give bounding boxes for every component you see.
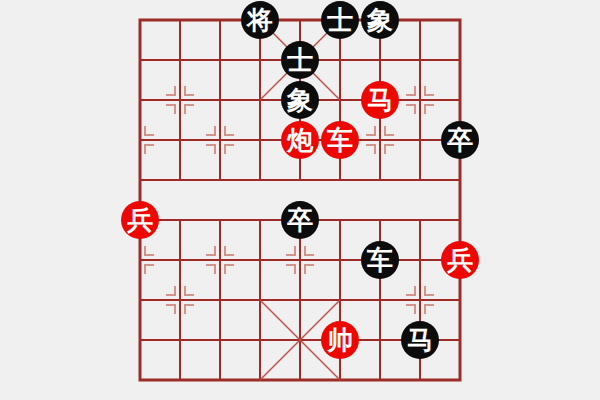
piece-black-elephant[interactable]: 象 xyxy=(361,1,399,39)
piece-black-soldier[interactable]: 卒 xyxy=(281,201,319,239)
piece-red-soldier[interactable]: 兵 xyxy=(441,241,479,279)
piece-black-general[interactable]: 将 xyxy=(241,1,279,39)
piece-black-advisor[interactable]: 士 xyxy=(281,41,319,79)
piece-red-cannon[interactable]: 炮 xyxy=(281,121,319,159)
piece-red-horse[interactable]: 马 xyxy=(361,81,399,119)
piece-black-advisor[interactable]: 士 xyxy=(321,1,359,39)
piece-black-soldier[interactable]: 卒 xyxy=(441,121,479,159)
xiangqi-board[interactable]: 将士象士象马炮车卒兵卒车兵帅马 xyxy=(120,0,480,400)
piece-red-chariot[interactable]: 车 xyxy=(321,121,359,159)
piece-black-horse[interactable]: 马 xyxy=(401,321,439,359)
xiangqi-app: 将士象士象马炮车卒兵卒车兵帅马 xyxy=(0,0,600,400)
piece-red-general[interactable]: 帅 xyxy=(321,321,359,359)
piece-black-elephant[interactable]: 象 xyxy=(281,81,319,119)
piece-red-soldier[interactable]: 兵 xyxy=(121,201,159,239)
piece-black-chariot[interactable]: 车 xyxy=(361,241,399,279)
